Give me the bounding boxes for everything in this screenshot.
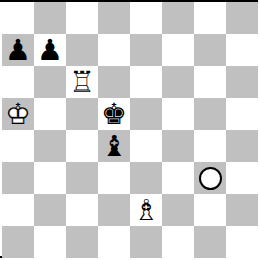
square-d2[interactable] [98, 194, 130, 226]
square-d1[interactable] [98, 226, 130, 258]
square-h4[interactable] [226, 130, 258, 162]
white-king[interactable]: ♚♔ [2, 98, 34, 130]
black-pawn[interactable]: ♟ [37, 34, 63, 66]
square-f4[interactable] [162, 130, 194, 162]
white-rook[interactable]: ♜♖ [66, 66, 98, 98]
square-b7[interactable]: ♟ [34, 34, 66, 66]
square-h3[interactable] [226, 162, 258, 194]
square-d8[interactable] [98, 2, 130, 34]
square-b5[interactable] [34, 98, 66, 130]
square-d7[interactable] [98, 34, 130, 66]
square-g1[interactable] [194, 226, 226, 258]
square-a5[interactable]: ♚♔ [2, 98, 34, 130]
square-c2[interactable] [66, 194, 98, 226]
square-b3[interactable] [34, 162, 66, 194]
square-f8[interactable] [162, 2, 194, 34]
square-g8[interactable] [194, 2, 226, 34]
square-h2[interactable] [226, 194, 258, 226]
square-d6[interactable] [98, 66, 130, 98]
chess-board: ♟♟♜♖♚♔♚♝♝♗ [2, 2, 258, 258]
square-e1[interactable] [130, 226, 162, 258]
white-rook-outline: ♖ [66, 66, 98, 98]
square-e7[interactable] [130, 34, 162, 66]
square-g7[interactable] [194, 34, 226, 66]
square-h1[interactable] [226, 226, 258, 258]
square-g2[interactable] [194, 194, 226, 226]
square-d5[interactable]: ♚ [98, 98, 130, 130]
square-h8[interactable] [226, 2, 258, 34]
square-f1[interactable] [162, 226, 194, 258]
square-e5[interactable] [130, 98, 162, 130]
square-c4[interactable] [66, 130, 98, 162]
square-h6[interactable] [226, 66, 258, 98]
square-a4[interactable] [2, 130, 34, 162]
square-b8[interactable] [34, 2, 66, 34]
square-c7[interactable] [66, 34, 98, 66]
square-a8[interactable] [2, 2, 34, 34]
square-a7[interactable]: ♟ [2, 34, 34, 66]
square-f2[interactable] [162, 194, 194, 226]
square-b4[interactable] [34, 130, 66, 162]
square-f6[interactable] [162, 66, 194, 98]
square-b6[interactable] [34, 66, 66, 98]
square-f5[interactable] [162, 98, 194, 130]
black-pawn[interactable]: ♟ [5, 34, 31, 66]
black-king[interactable]: ♚ [101, 98, 127, 130]
square-c5[interactable] [66, 98, 98, 130]
square-f3[interactable] [162, 162, 194, 194]
square-h5[interactable] [226, 98, 258, 130]
square-g6[interactable] [194, 66, 226, 98]
white-bishop-outline: ♗ [130, 194, 162, 226]
black-bishop[interactable]: ♝ [101, 130, 127, 162]
square-a1[interactable] [2, 226, 34, 258]
square-b1[interactable] [34, 226, 66, 258]
square-g5[interactable] [194, 98, 226, 130]
square-a2[interactable] [2, 194, 34, 226]
square-e6[interactable] [130, 66, 162, 98]
square-g4[interactable] [194, 130, 226, 162]
square-e8[interactable] [130, 2, 162, 34]
square-a6[interactable] [2, 66, 34, 98]
square-g3[interactable] [194, 162, 226, 194]
square-c3[interactable] [66, 162, 98, 194]
square-h7[interactable] [226, 34, 258, 66]
square-d3[interactable] [98, 162, 130, 194]
square-e2[interactable]: ♝♗ [130, 194, 162, 226]
square-c6[interactable]: ♜♖ [66, 66, 98, 98]
white-bishop[interactable]: ♝♗ [130, 194, 162, 226]
square-e4[interactable] [130, 130, 162, 162]
square-d4[interactable]: ♝ [98, 130, 130, 162]
square-c1[interactable] [66, 226, 98, 258]
square-f7[interactable] [162, 34, 194, 66]
square-c8[interactable] [66, 2, 98, 34]
square-a3[interactable] [2, 162, 34, 194]
circle-marker[interactable] [199, 167, 222, 190]
square-e3[interactable] [130, 162, 162, 194]
white-king-outline: ♔ [2, 98, 34, 130]
square-b2[interactable] [34, 194, 66, 226]
